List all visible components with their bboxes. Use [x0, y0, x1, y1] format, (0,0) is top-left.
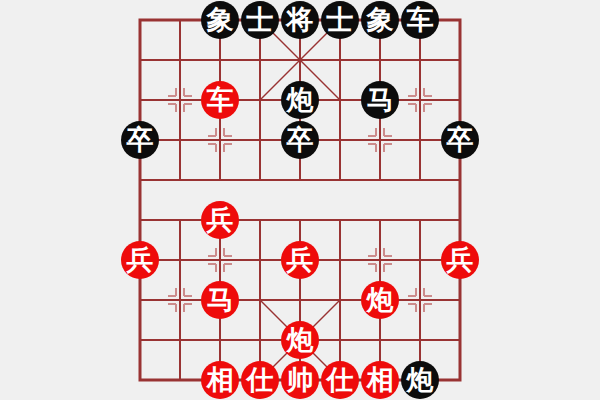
- piece-label: 车: [207, 87, 234, 114]
- piece-label: 将: [287, 7, 314, 34]
- piece-black-advisor[interactable]: 士: [241, 1, 279, 39]
- piece-black-pawn[interactable]: 卒: [441, 121, 479, 159]
- piece-label: 相: [367, 367, 394, 394]
- piece-label: 士: [327, 7, 354, 34]
- piece-black-elephant[interactable]: 象: [361, 1, 399, 39]
- piece-label: 炮: [287, 327, 314, 354]
- piece-label: 车: [407, 7, 434, 34]
- piece-label: 相: [207, 367, 234, 394]
- piece-black-horse[interactable]: 马: [361, 81, 399, 119]
- piece-label: 兵: [287, 247, 314, 274]
- piece-black-elephant[interactable]: 象: [201, 1, 239, 39]
- piece-red-advisor[interactable]: 仕: [321, 361, 359, 399]
- piece-label: 帅: [287, 367, 314, 394]
- piece-red-chariot[interactable]: 车: [201, 81, 239, 119]
- piece-label: 仕: [247, 367, 274, 394]
- piece-label: 士: [247, 7, 274, 34]
- piece-label: 兵: [447, 247, 474, 274]
- piece-label: 马: [207, 287, 234, 314]
- piece-red-advisor[interactable]: 仕: [241, 361, 279, 399]
- piece-red-king[interactable]: 帅: [281, 361, 319, 399]
- piece-black-king[interactable]: 将: [281, 1, 319, 39]
- piece-black-chariot[interactable]: 车: [401, 1, 439, 39]
- xiangqi-board: 象士将士象车车炮马卒卒卒兵兵兵兵马炮炮相仕帅仕相炮: [120, 0, 480, 400]
- piece-red-elephant[interactable]: 相: [201, 361, 239, 399]
- piece-red-pawn[interactable]: 兵: [441, 241, 479, 279]
- piece-label: 兵: [127, 247, 154, 274]
- piece-label: 马: [367, 87, 394, 114]
- piece-red-pawn[interactable]: 兵: [281, 241, 319, 279]
- piece-label: 炮: [407, 367, 434, 394]
- piece-label: 卒: [287, 127, 314, 154]
- piece-red-horse[interactable]: 马: [201, 281, 239, 319]
- piece-red-pawn[interactable]: 兵: [201, 201, 239, 239]
- piece-red-pawn[interactable]: 兵: [121, 241, 159, 279]
- piece-red-elephant[interactable]: 相: [361, 361, 399, 399]
- piece-label: 象: [207, 7, 234, 34]
- piece-label: 炮: [287, 87, 314, 114]
- piece-black-advisor[interactable]: 士: [321, 1, 359, 39]
- piece-label: 卒: [127, 127, 154, 154]
- piece-label: 兵: [207, 207, 234, 234]
- piece-black-pawn[interactable]: 卒: [121, 121, 159, 159]
- xiangqi-app-screen: 象士将士象车车炮马卒卒卒兵兵兵兵马炮炮相仕帅仕相炮: [0, 0, 600, 400]
- piece-label: 象: [367, 7, 394, 34]
- piece-black-cannon[interactable]: 炮: [401, 361, 439, 399]
- piece-black-pawn[interactable]: 卒: [281, 121, 319, 159]
- piece-label: 卒: [447, 127, 474, 154]
- piece-label: 炮: [367, 287, 394, 314]
- piece-red-cannon[interactable]: 炮: [281, 321, 319, 359]
- piece-label: 仕: [327, 367, 354, 394]
- piece-black-cannon[interactable]: 炮: [281, 81, 319, 119]
- piece-red-cannon[interactable]: 炮: [361, 281, 399, 319]
